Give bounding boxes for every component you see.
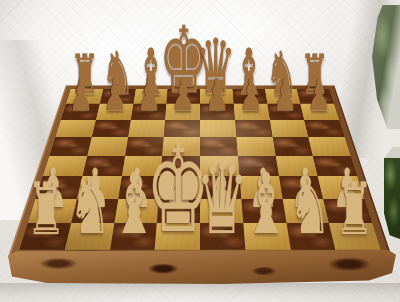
square-h6[interactable]: [304, 120, 344, 137]
piece-black-pawn-f7[interactable]: ♟: [239, 73, 263, 117]
square-f6[interactable]: [235, 120, 273, 137]
piece-black-pawn-a7[interactable]: ♟: [69, 73, 93, 117]
piece-white-knight-g1[interactable]: ♞: [289, 167, 331, 245]
square-a6[interactable]: [55, 120, 95, 137]
square-b5[interactable]: [87, 137, 128, 156]
piece-black-pawn-g7[interactable]: ♟: [273, 73, 297, 117]
square-h5[interactable]: [308, 137, 350, 156]
piece-black-pawn-e7[interactable]: ♟: [205, 73, 229, 117]
square-b6[interactable]: [92, 120, 131, 137]
piece-white-knight-b1[interactable]: ♞: [69, 167, 111, 245]
piece-black-pawn-h7[interactable]: ♟: [308, 73, 332, 117]
square-g6[interactable]: [270, 120, 309, 137]
piece-white-rook-h1[interactable]: ♜: [335, 173, 374, 245]
piece-white-bishop-f1[interactable]: ♝: [244, 162, 289, 246]
piece-black-pawn-c7[interactable]: ♟: [137, 73, 161, 117]
piece-black-pawn-b7[interactable]: ♟: [103, 73, 127, 117]
board-cast-shadow: [0, 283, 400, 302]
square-g5[interactable]: [272, 137, 313, 156]
piece-white-queen-e1[interactable]: ♛: [196, 150, 249, 248]
square-a5[interactable]: [49, 137, 91, 156]
photo-chess-scene: ♜♞♝♚♛♝♞♜♟♟♟♟♟♟♟♟♟♟♟♟♟♟♟♟♜♞♝♚♛♝♞♜ Overhea…: [0, 0, 400, 302]
piece-black-pawn-d7[interactable]: ♟: [171, 73, 195, 117]
piece-white-rook-a1[interactable]: ♜: [26, 173, 65, 245]
